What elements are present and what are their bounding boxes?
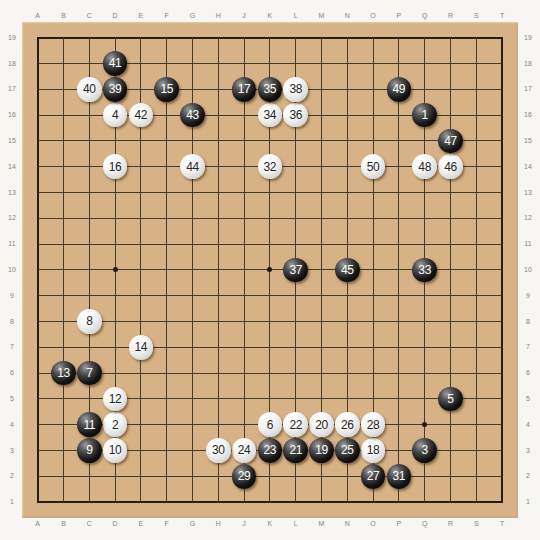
coord-label-row: 8 xyxy=(2,309,22,335)
coord-label-row: 4 xyxy=(518,412,538,438)
coord-label-column: H xyxy=(205,517,231,530)
stone-black-27: 27 xyxy=(361,464,386,489)
coord-label-row: 1 xyxy=(2,489,22,515)
coord-label-column: B xyxy=(51,517,77,530)
stones-layer: 1234567891011121314151617181920212223242… xyxy=(25,25,515,515)
stone-white-26: 26 xyxy=(335,412,360,437)
coord-label-row: 10 xyxy=(518,257,538,283)
stone-black-45: 45 xyxy=(335,258,360,283)
coord-label-column: D xyxy=(102,517,128,530)
coord-label-column: E xyxy=(128,9,154,22)
coord-label-column: M xyxy=(309,9,335,22)
coord-label-row: 13 xyxy=(518,180,538,206)
stone-white-16: 16 xyxy=(103,154,128,179)
stone-white-38: 38 xyxy=(283,77,308,102)
stone-black-7: 7 xyxy=(77,361,102,386)
coord-label-row: 15 xyxy=(2,128,22,154)
coord-label-row: 11 xyxy=(2,231,22,257)
coord-label-column: R xyxy=(438,9,464,22)
coord-label-column: L xyxy=(283,517,309,530)
coord-label-column: J xyxy=(231,517,257,530)
coord-label-column: H xyxy=(205,9,231,22)
stone-white-30: 30 xyxy=(206,438,231,463)
coord-label-column: A xyxy=(25,517,51,530)
stone-black-3: 3 xyxy=(412,438,437,463)
coord-label-column: C xyxy=(76,517,102,530)
coord-label-column: G xyxy=(180,517,206,530)
stone-black-37: 37 xyxy=(283,258,308,283)
coord-label-row: 7 xyxy=(518,334,538,360)
coord-label-column: G xyxy=(180,9,206,22)
coord-label-row: 1 xyxy=(518,489,538,515)
coord-label-row: 19 xyxy=(518,25,538,51)
stone-black-41: 41 xyxy=(103,51,128,76)
coord-label-row: 3 xyxy=(518,438,538,464)
stone-white-40: 40 xyxy=(77,77,102,102)
coord-label-column: P xyxy=(386,9,412,22)
stone-black-11: 11 xyxy=(77,412,102,437)
coord-label-row: 12 xyxy=(518,205,538,231)
stone-white-6: 6 xyxy=(258,412,283,437)
coord-label-row: 9 xyxy=(2,283,22,309)
coord-label-row: 8 xyxy=(518,309,538,335)
coord-label-column: L xyxy=(283,9,309,22)
column-labels-bottom: ABCDEFGHJKLMNOPQRST xyxy=(25,517,515,530)
column-labels-top: ABCDEFGHJKLMNOPQRST xyxy=(25,9,515,22)
coord-label-column: F xyxy=(154,9,180,22)
coord-label-row: 5 xyxy=(518,386,538,412)
coord-label-column: K xyxy=(257,9,283,22)
coord-label-column: T xyxy=(489,517,515,530)
stone-black-23: 23 xyxy=(258,438,283,463)
stone-white-28: 28 xyxy=(361,412,386,437)
row-labels-right: 19181716151413121110987654321 xyxy=(518,25,538,515)
stone-white-2: 2 xyxy=(103,412,128,437)
stone-white-4: 4 xyxy=(103,103,128,128)
coord-label-column: K xyxy=(257,517,283,530)
stone-black-33: 33 xyxy=(412,258,437,283)
coord-label-row: 14 xyxy=(518,154,538,180)
coord-label-column: S xyxy=(463,517,489,530)
stone-white-22: 22 xyxy=(283,412,308,437)
coord-label-row: 5 xyxy=(2,386,22,412)
coord-label-column: P xyxy=(386,517,412,530)
stone-white-8: 8 xyxy=(77,309,102,334)
stone-black-31: 31 xyxy=(387,464,412,489)
stone-black-35: 35 xyxy=(258,77,283,102)
go-diagram: ABCDEFGHJKLMNOPQRST ABCDEFGHJKLMNOPQRST … xyxy=(0,0,540,540)
coord-label-column: F xyxy=(154,517,180,530)
coord-label-row: 14 xyxy=(2,154,22,180)
coord-label-column: R xyxy=(438,517,464,530)
stone-white-42: 42 xyxy=(129,103,154,128)
coord-label-row: 2 xyxy=(518,463,538,489)
stone-black-19: 19 xyxy=(309,438,334,463)
stone-white-14: 14 xyxy=(129,335,154,360)
coord-label-column: N xyxy=(334,9,360,22)
stone-white-46: 46 xyxy=(438,154,463,179)
coord-label-column: M xyxy=(309,517,335,530)
row-labels-left: 19181716151413121110987654321 xyxy=(2,25,22,515)
coord-label-row: 10 xyxy=(2,257,22,283)
coord-label-row: 18 xyxy=(2,51,22,77)
stone-white-50: 50 xyxy=(361,154,386,179)
stone-white-10: 10 xyxy=(103,438,128,463)
coord-label-column: D xyxy=(102,9,128,22)
stone-black-39: 39 xyxy=(103,77,128,102)
stone-black-21: 21 xyxy=(283,438,308,463)
coord-label-column: Q xyxy=(412,517,438,530)
coord-label-row: 17 xyxy=(2,76,22,102)
coord-label-row: 16 xyxy=(2,102,22,128)
coord-label-row: 16 xyxy=(518,102,538,128)
coord-label-row: 4 xyxy=(2,412,22,438)
coord-label-row: 3 xyxy=(2,438,22,464)
stone-white-12: 12 xyxy=(103,387,128,412)
coord-label-row: 17 xyxy=(518,76,538,102)
coord-label-row: 7 xyxy=(2,334,22,360)
coord-label-row: 11 xyxy=(518,231,538,257)
coord-label-row: 2 xyxy=(2,463,22,489)
coord-label-column: A xyxy=(25,9,51,22)
stone-black-17: 17 xyxy=(232,77,257,102)
coord-label-row: 13 xyxy=(2,180,22,206)
coord-label-row: 9 xyxy=(518,283,538,309)
coord-label-row: 18 xyxy=(518,51,538,77)
coord-label-row: 6 xyxy=(2,360,22,386)
stone-white-44: 44 xyxy=(180,154,205,179)
coord-label-column: N xyxy=(334,517,360,530)
coord-label-column: T xyxy=(489,9,515,22)
stone-black-25: 25 xyxy=(335,438,360,463)
coord-label-column: S xyxy=(463,9,489,22)
stone-white-18: 18 xyxy=(361,438,386,463)
stone-white-48: 48 xyxy=(412,154,437,179)
go-board[interactable]: 1234567891011121314151617181920212223242… xyxy=(22,22,518,518)
stone-black-15: 15 xyxy=(154,77,179,102)
stone-black-47: 47 xyxy=(438,129,463,154)
coord-label-column: Q xyxy=(412,9,438,22)
stone-white-34: 34 xyxy=(258,103,283,128)
stone-black-29: 29 xyxy=(232,464,257,489)
coord-label-column: B xyxy=(51,9,77,22)
coord-label-column: C xyxy=(76,9,102,22)
stone-black-13: 13 xyxy=(51,361,76,386)
stone-white-36: 36 xyxy=(283,103,308,128)
coord-label-row: 6 xyxy=(518,360,538,386)
coord-label-column: O xyxy=(360,9,386,22)
stone-black-9: 9 xyxy=(77,438,102,463)
stone-black-43: 43 xyxy=(180,103,205,128)
coord-label-column: E xyxy=(128,517,154,530)
coord-label-row: 15 xyxy=(518,128,538,154)
coord-label-row: 19 xyxy=(2,25,22,51)
coord-label-row: 12 xyxy=(2,205,22,231)
stone-black-5: 5 xyxy=(438,387,463,412)
stone-white-24: 24 xyxy=(232,438,257,463)
stone-black-49: 49 xyxy=(387,77,412,102)
stone-white-20: 20 xyxy=(309,412,334,437)
coord-label-column: O xyxy=(360,517,386,530)
coord-label-column: J xyxy=(231,9,257,22)
stone-white-32: 32 xyxy=(258,154,283,179)
stone-black-1: 1 xyxy=(412,103,437,128)
